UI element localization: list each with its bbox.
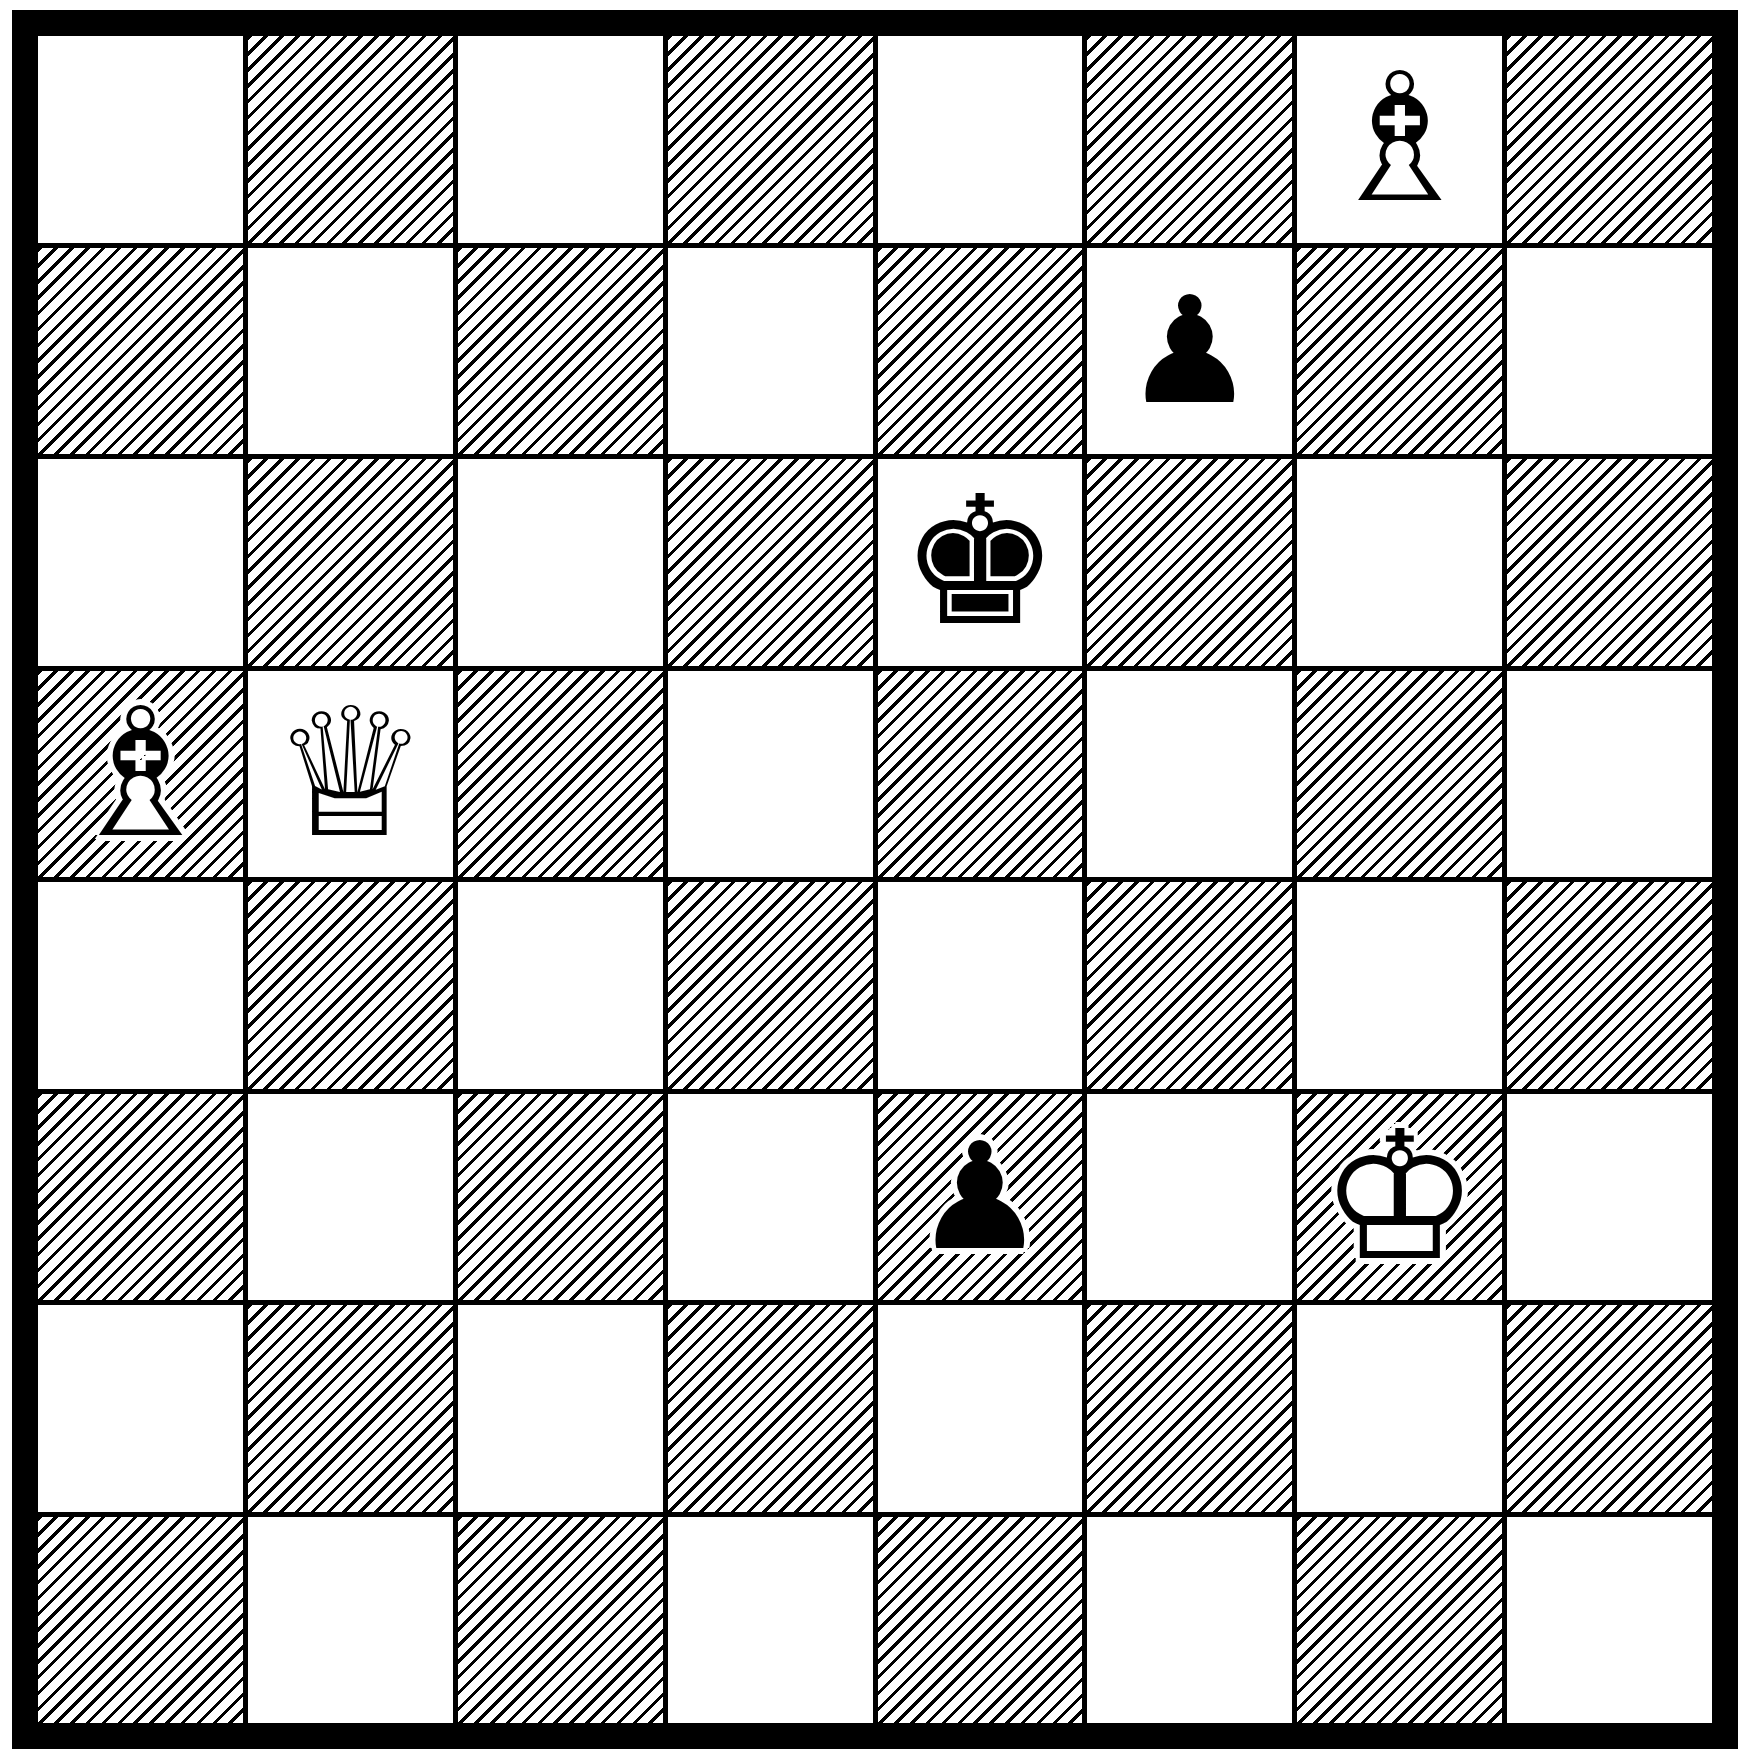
square-d6[interactable] <box>668 459 873 666</box>
square-e7[interactable] <box>878 248 1083 455</box>
square-f7[interactable]: ♟ <box>1087 248 1292 455</box>
piece-glyph: ♟ <box>914 1123 1047 1271</box>
square-b6[interactable] <box>248 459 453 666</box>
chess-diagram: ♝♗♟♚♝♗♛♕♟♚♔ <box>0 0 1752 1761</box>
square-f2[interactable] <box>1087 1305 1292 1512</box>
square-c2[interactable] <box>458 1305 663 1512</box>
square-g7[interactable] <box>1297 248 1502 455</box>
square-h4[interactable] <box>1507 882 1712 1089</box>
square-d7[interactable] <box>668 248 873 455</box>
square-b5[interactable]: ♛♕ <box>248 671 453 878</box>
square-a7[interactable] <box>38 248 243 455</box>
white-king-g3: ♚♔ <box>1320 1108 1480 1286</box>
piece-glyph: ♔ <box>1320 1108 1480 1286</box>
square-h6[interactable] <box>1507 459 1712 666</box>
black-pawn-f7: ♟ <box>1123 277 1256 425</box>
square-e6[interactable]: ♚ <box>878 459 1083 666</box>
square-b1[interactable] <box>248 1517 453 1724</box>
square-g2[interactable] <box>1297 1305 1502 1512</box>
square-b4[interactable] <box>248 882 453 1089</box>
square-d8[interactable] <box>668 36 873 243</box>
white-bishop-g8: ♝♗ <box>1320 50 1480 228</box>
black-king-e6: ♚ <box>900 473 1060 651</box>
piece-glyph: ♗ <box>61 685 221 863</box>
square-g3[interactable]: ♚♔ <box>1297 1094 1502 1301</box>
square-a4[interactable] <box>38 882 243 1089</box>
piece-glyph: ♕ <box>271 685 431 863</box>
square-a2[interactable] <box>38 1305 243 1512</box>
square-b3[interactable] <box>248 1094 453 1301</box>
square-b8[interactable] <box>248 36 453 243</box>
square-e8[interactable] <box>878 36 1083 243</box>
square-h1[interactable] <box>1507 1517 1712 1724</box>
square-c8[interactable] <box>458 36 663 243</box>
square-d1[interactable] <box>668 1517 873 1724</box>
square-g5[interactable] <box>1297 671 1502 878</box>
square-f3[interactable] <box>1087 1094 1292 1301</box>
chessboard: ♝♗♟♚♝♗♛♕♟♚♔ <box>38 36 1712 1723</box>
square-e2[interactable] <box>878 1305 1083 1512</box>
square-a3[interactable] <box>38 1094 243 1301</box>
white-bishop-a5: ♝♗ <box>61 685 221 863</box>
square-a8[interactable] <box>38 36 243 243</box>
square-h8[interactable] <box>1507 36 1712 243</box>
square-g4[interactable] <box>1297 882 1502 1089</box>
square-g1[interactable] <box>1297 1517 1502 1724</box>
square-h5[interactable] <box>1507 671 1712 878</box>
square-f5[interactable] <box>1087 671 1292 878</box>
square-h7[interactable] <box>1507 248 1712 455</box>
square-c4[interactable] <box>458 882 663 1089</box>
square-c6[interactable] <box>458 459 663 666</box>
square-a1[interactable] <box>38 1517 243 1724</box>
square-e3[interactable]: ♟ <box>878 1094 1083 1301</box>
square-c3[interactable] <box>458 1094 663 1301</box>
square-f8[interactable] <box>1087 36 1292 243</box>
square-f6[interactable] <box>1087 459 1292 666</box>
square-a6[interactable] <box>38 459 243 666</box>
square-g6[interactable] <box>1297 459 1502 666</box>
square-a5[interactable]: ♝♗ <box>38 671 243 878</box>
square-e5[interactable] <box>878 671 1083 878</box>
square-d2[interactable] <box>668 1305 873 1512</box>
square-b2[interactable] <box>248 1305 453 1512</box>
square-c1[interactable] <box>458 1517 663 1724</box>
square-f1[interactable] <box>1087 1517 1292 1724</box>
square-e1[interactable] <box>878 1517 1083 1724</box>
square-d5[interactable] <box>668 671 873 878</box>
piece-glyph: ♚ <box>900 473 1060 651</box>
square-c7[interactable] <box>458 248 663 455</box>
square-e4[interactable] <box>878 882 1083 1089</box>
board-frame: ♝♗♟♚♝♗♛♕♟♚♔ <box>12 10 1738 1749</box>
square-d4[interactable] <box>668 882 873 1089</box>
white-queen-b5: ♛♕ <box>271 685 431 863</box>
square-f4[interactable] <box>1087 882 1292 1089</box>
square-h3[interactable] <box>1507 1094 1712 1301</box>
square-c5[interactable] <box>458 671 663 878</box>
square-d3[interactable] <box>668 1094 873 1301</box>
square-g8[interactable]: ♝♗ <box>1297 36 1502 243</box>
square-h2[interactable] <box>1507 1305 1712 1512</box>
square-b7[interactable] <box>248 248 453 455</box>
black-pawn-e3: ♟ <box>914 1123 1047 1271</box>
piece-glyph: ♟ <box>1123 277 1256 425</box>
piece-glyph: ♗ <box>1320 50 1480 228</box>
